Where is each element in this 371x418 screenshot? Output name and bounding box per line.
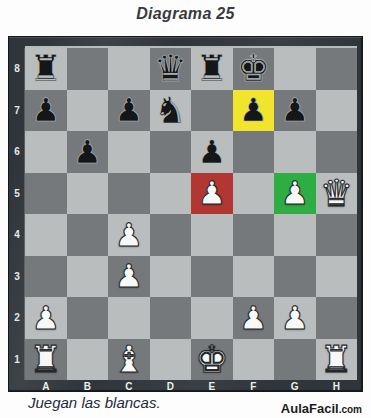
square-g7[interactable]: ♟	[274, 90, 316, 132]
square-b2[interactable]	[67, 297, 109, 339]
file-label-b: B	[67, 382, 109, 392]
piece-white-pawn: ♟	[280, 177, 309, 209]
square-c1[interactable]: ♝	[108, 339, 150, 381]
rank-label-3: 3	[9, 256, 25, 298]
square-d3[interactable]	[150, 256, 192, 298]
square-h8[interactable]	[316, 48, 358, 90]
square-f8[interactable]: ♚	[233, 48, 275, 90]
piece-black-pawn: ♟	[114, 94, 143, 126]
square-c5[interactable]	[108, 173, 150, 215]
rank-labels: 87654321	[9, 48, 25, 380]
piece-white-pawn: ♟	[31, 302, 60, 334]
file-label-d: D	[150, 382, 192, 392]
square-f3[interactable]	[233, 256, 275, 298]
rank-label-8: 8	[9, 48, 25, 90]
square-d6[interactable]	[150, 131, 192, 173]
square-e2[interactable]	[191, 297, 233, 339]
square-f2[interactable]: ♟	[233, 297, 275, 339]
square-c7[interactable]: ♟	[108, 90, 150, 132]
square-g3[interactable]	[274, 256, 316, 298]
file-label-e: E	[191, 382, 233, 392]
piece-black-queen: ♛	[154, 50, 187, 87]
piece-white-pawn: ♟	[197, 177, 226, 209]
rank-label-1: 1	[9, 339, 25, 381]
file-label-c: C	[108, 382, 150, 392]
piece-black-rook: ♜	[195, 50, 228, 87]
square-c3[interactable]: ♟	[108, 256, 150, 298]
square-a3[interactable]	[25, 256, 67, 298]
rank-label-7: 7	[9, 90, 25, 132]
piece-black-pawn: ♟	[280, 94, 309, 126]
square-b7[interactable]	[67, 90, 109, 132]
square-g8[interactable]	[274, 48, 316, 90]
square-c6[interactable]	[108, 131, 150, 173]
square-a5[interactable]	[25, 173, 67, 215]
square-g6[interactable]	[274, 131, 316, 173]
square-f6[interactable]	[233, 131, 275, 173]
square-b3[interactable]	[67, 256, 109, 298]
square-h5[interactable]: ♛	[316, 173, 358, 215]
piece-black-pawn: ♟	[73, 136, 102, 168]
piece-white-rook: ♜	[320, 341, 353, 378]
piece-black-pawn: ♟	[31, 94, 60, 126]
square-b6[interactable]: ♟	[67, 131, 109, 173]
square-a1[interactable]: ♜	[25, 339, 67, 381]
square-e8[interactable]: ♜	[191, 48, 233, 90]
file-label-h: H	[316, 382, 358, 392]
piece-white-pawn: ♟	[280, 302, 309, 334]
square-c2[interactable]	[108, 297, 150, 339]
square-a4[interactable]	[25, 214, 67, 256]
piece-white-rook: ♜	[29, 341, 62, 378]
square-e7[interactable]	[191, 90, 233, 132]
piece-black-pawn: ♟	[197, 136, 226, 168]
square-b5[interactable]	[67, 173, 109, 215]
page-title: Diagrama 25	[0, 5, 371, 23]
square-a2[interactable]: ♟	[25, 297, 67, 339]
square-h4[interactable]	[316, 214, 358, 256]
file-label-g: G	[274, 382, 316, 392]
square-d8[interactable]: ♛	[150, 48, 192, 90]
piece-black-king: ♚	[237, 50, 270, 87]
move-instruction: Juegan las blancas.	[28, 394, 161, 411]
square-c8[interactable]	[108, 48, 150, 90]
square-e3[interactable]	[191, 256, 233, 298]
site-logo-tld: .com	[339, 404, 362, 415]
piece-white-pawn: ♟	[114, 219, 143, 251]
square-c4[interactable]: ♟	[108, 214, 150, 256]
square-b8[interactable]	[67, 48, 109, 90]
square-h2[interactable]	[316, 297, 358, 339]
square-b4[interactable]	[67, 214, 109, 256]
square-g5[interactable]: ♟	[274, 173, 316, 215]
piece-white-pawn: ♟	[239, 302, 268, 334]
square-d1[interactable]	[150, 339, 192, 381]
file-labels: ABCDEFGH	[25, 382, 357, 392]
rank-label-2: 2	[9, 297, 25, 339]
square-d7[interactable]: ♞	[150, 90, 192, 132]
chess-board: ♜♛♜♚♟♟♞♟♟♟♟♟♟♛♟♟♟♟♟♜♝♚♜	[25, 48, 357, 380]
square-e5[interactable]: ♟	[191, 173, 233, 215]
square-b1[interactable]	[67, 339, 109, 381]
square-h1[interactable]: ♜	[316, 339, 358, 381]
file-label-f: F	[233, 382, 275, 392]
rank-label-4: 4	[9, 214, 25, 256]
square-f7[interactable]: ♟	[233, 90, 275, 132]
square-g4[interactable]	[274, 214, 316, 256]
square-f1[interactable]	[233, 339, 275, 381]
square-f4[interactable]	[233, 214, 275, 256]
square-g2[interactable]: ♟	[274, 297, 316, 339]
file-label-a: A	[25, 382, 67, 392]
square-a8[interactable]: ♜	[25, 48, 67, 90]
piece-white-queen: ♛	[320, 175, 353, 212]
square-d5[interactable]	[150, 173, 192, 215]
square-h6[interactable]	[316, 131, 358, 173]
piece-white-bishop: ♝	[112, 341, 145, 378]
square-e1[interactable]: ♚	[191, 339, 233, 381]
board-frame: 87654321 ♜♛♜♚♟♟♞♟♟♟♟♟♟♛♟♟♟♟♟♜♝♚♜ ABCDEFG…	[8, 36, 363, 392]
piece-black-knight: ♞	[154, 92, 187, 129]
square-a7[interactable]: ♟	[25, 90, 67, 132]
square-h3[interactable]	[316, 256, 358, 298]
square-d2[interactable]	[150, 297, 192, 339]
rank-label-6: 6	[9, 131, 25, 173]
square-e4[interactable]	[191, 214, 233, 256]
rank-label-5: 5	[9, 173, 25, 215]
site-logo-name: AulaFacil	[281, 401, 339, 416]
square-a6[interactable]	[25, 131, 67, 173]
piece-black-rook: ♜	[29, 50, 62, 87]
piece-white-pawn: ♟	[114, 260, 143, 292]
square-h7[interactable]	[316, 90, 358, 132]
square-f5[interactable]	[233, 173, 275, 215]
site-logo: AulaFacil.com	[281, 399, 362, 417]
piece-black-pawn: ♟	[239, 94, 268, 126]
piece-white-king: ♚	[195, 341, 228, 378]
square-d4[interactable]	[150, 214, 192, 256]
square-g1[interactable]	[274, 339, 316, 381]
square-e6[interactable]: ♟	[191, 131, 233, 173]
